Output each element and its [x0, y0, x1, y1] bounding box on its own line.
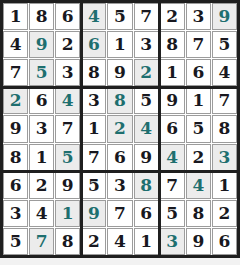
cell-r2c7[interactable]: 8	[160, 31, 185, 58]
cell-r6c6[interactable]: 9	[134, 144, 159, 171]
sudoku-grid: 1864572394926138757538921642643859179371…	[3, 3, 237, 255]
cell-r8c4[interactable]: 9	[81, 200, 106, 227]
cell-r2c3[interactable]: 2	[55, 31, 80, 58]
cell-r4c9[interactable]: 7	[212, 87, 237, 114]
cell-r6c5[interactable]: 6	[107, 144, 132, 171]
cell-r8c6[interactable]: 6	[134, 200, 159, 227]
cell-r6c9[interactable]: 3	[212, 144, 237, 171]
cell-r8c3[interactable]: 1	[55, 200, 80, 227]
cell-r3c1[interactable]: 7	[3, 59, 28, 86]
cell-r7c7[interactable]: 7	[160, 172, 185, 199]
cell-r6c7[interactable]: 4	[160, 144, 185, 171]
cell-r4c3[interactable]: 4	[55, 87, 80, 114]
cell-r7c5[interactable]: 3	[107, 172, 132, 199]
page-bottom-margin	[0, 258, 240, 265]
cell-r3c4[interactable]: 8	[81, 59, 106, 86]
cell-r5c5[interactable]: 2	[107, 115, 132, 142]
cell-r2c8[interactable]: 7	[186, 31, 211, 58]
cell-r3c9[interactable]: 4	[212, 59, 237, 86]
cell-r1c9[interactable]: 9	[212, 3, 237, 30]
cell-r8c2[interactable]: 4	[29, 200, 54, 227]
cell-r3c8[interactable]: 6	[186, 59, 211, 86]
cell-r4c1[interactable]: 2	[3, 87, 28, 114]
cell-r8c8[interactable]: 8	[186, 200, 211, 227]
cell-r4c5[interactable]: 8	[107, 87, 132, 114]
cell-r6c8[interactable]: 2	[186, 144, 211, 171]
cell-r3c2[interactable]: 5	[29, 59, 54, 86]
cell-r4c8[interactable]: 1	[186, 87, 211, 114]
cell-r9c9[interactable]: 6	[212, 228, 237, 255]
cell-r3c3[interactable]: 3	[55, 59, 80, 86]
cell-r7c1[interactable]: 6	[3, 172, 28, 199]
cell-r6c2[interactable]: 1	[29, 144, 54, 171]
cell-r4c7[interactable]: 9	[160, 87, 185, 114]
sudoku-board: 1864572394926138757538921642643859179371…	[0, 0, 240, 258]
cell-r1c6[interactable]: 7	[134, 3, 159, 30]
cell-r6c1[interactable]: 8	[3, 144, 28, 171]
cell-r5c9[interactable]: 8	[212, 115, 237, 142]
cell-r7c6[interactable]: 8	[134, 172, 159, 199]
cell-r2c9[interactable]: 5	[212, 31, 237, 58]
cell-r2c4[interactable]: 6	[81, 31, 106, 58]
cell-r8c7[interactable]: 5	[160, 200, 185, 227]
cell-r4c4[interactable]: 3	[81, 87, 106, 114]
cell-r3c5[interactable]: 9	[107, 59, 132, 86]
cell-r2c5[interactable]: 1	[107, 31, 132, 58]
cell-r1c3[interactable]: 6	[55, 3, 80, 30]
cell-r7c8[interactable]: 4	[186, 172, 211, 199]
cell-r1c1[interactable]: 1	[3, 3, 28, 30]
cell-r9c1[interactable]: 5	[3, 228, 28, 255]
cell-r8c5[interactable]: 7	[107, 200, 132, 227]
cell-r2c1[interactable]: 4	[3, 31, 28, 58]
cell-r5c1[interactable]: 9	[3, 115, 28, 142]
cell-r4c6[interactable]: 5	[134, 87, 159, 114]
cell-r6c4[interactable]: 7	[81, 144, 106, 171]
cell-r8c1[interactable]: 3	[3, 200, 28, 227]
cell-r5c4[interactable]: 1	[81, 115, 106, 142]
cell-r3c7[interactable]: 1	[160, 59, 185, 86]
cell-r2c6[interactable]: 3	[134, 31, 159, 58]
cell-r5c8[interactable]: 5	[186, 115, 211, 142]
cell-r1c2[interactable]: 8	[29, 3, 54, 30]
cell-r1c7[interactable]: 2	[160, 3, 185, 30]
cell-r2c2[interactable]: 9	[29, 31, 54, 58]
cell-r9c6[interactable]: 1	[134, 228, 159, 255]
cell-r7c3[interactable]: 9	[55, 172, 80, 199]
cell-r9c5[interactable]: 4	[107, 228, 132, 255]
cell-r7c2[interactable]: 2	[29, 172, 54, 199]
cell-r7c9[interactable]: 1	[212, 172, 237, 199]
cell-r5c3[interactable]: 7	[55, 115, 80, 142]
cell-r5c7[interactable]: 6	[160, 115, 185, 142]
cell-r9c2[interactable]: 7	[29, 228, 54, 255]
cell-r7c4[interactable]: 5	[81, 172, 106, 199]
cell-r9c3[interactable]: 8	[55, 228, 80, 255]
cell-r6c3[interactable]: 5	[55, 144, 80, 171]
cell-r9c7[interactable]: 3	[160, 228, 185, 255]
cell-r9c8[interactable]: 9	[186, 228, 211, 255]
cell-r1c5[interactable]: 5	[107, 3, 132, 30]
cell-r8c9[interactable]: 2	[212, 200, 237, 227]
cell-r9c4[interactable]: 2	[81, 228, 106, 255]
cell-r1c4[interactable]: 4	[81, 3, 106, 30]
cell-r4c2[interactable]: 6	[29, 87, 54, 114]
cell-r3c6[interactable]: 2	[134, 59, 159, 86]
cell-r1c8[interactable]: 3	[186, 3, 211, 30]
cell-r5c6[interactable]: 4	[134, 115, 159, 142]
cell-r5c2[interactable]: 3	[29, 115, 54, 142]
